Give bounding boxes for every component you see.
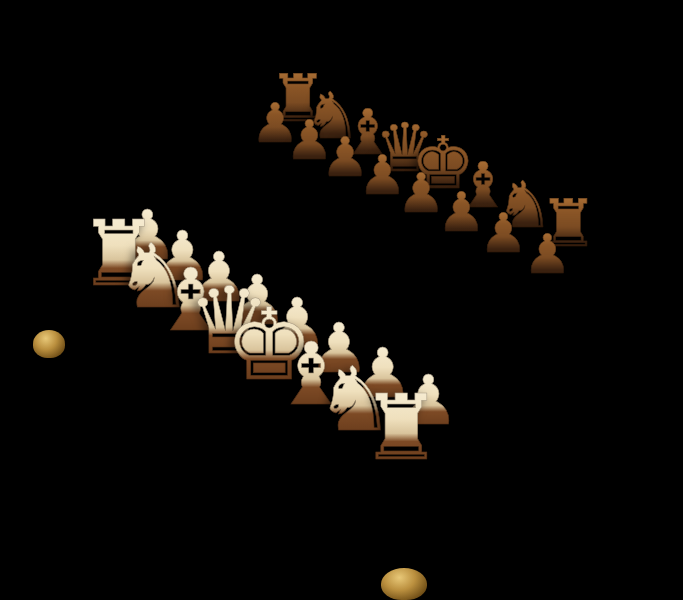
brass-foot-bottom [381,568,427,600]
chessboard-photo: chess ♜♞♝♛♚♝♞♜♟♟♟♟♟♟♟♟♟♟♟♟♟♟♟♟♜♞♝♛♚♝♞♜ [0,0,683,600]
piece-white-rook[interactable]: ♜ [361,383,442,474]
brass-foot-left [33,330,65,358]
pieces-layer: ♜♞♝♛♚♝♞♜♟♟♟♟♟♟♟♟♟♟♟♟♟♟♟♟♜♞♝♛♚♝♞♜ [0,0,683,600]
piece-black-pawn[interactable]: ♟ [523,227,572,281]
piece-black-pawn[interactable]: ♟ [479,206,528,260]
